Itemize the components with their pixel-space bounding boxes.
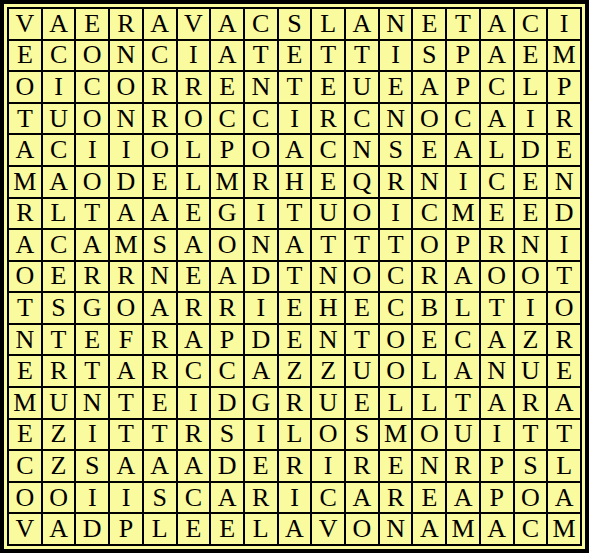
- cell-r5c11[interactable]: N: [346, 135, 378, 165]
- cell-r8c3[interactable]: A: [76, 230, 108, 260]
- cell-r17c10[interactable]: V: [312, 514, 344, 544]
- cell-r13c2[interactable]: U: [43, 388, 75, 418]
- cell-r12c1[interactable]: E: [9, 356, 41, 386]
- word-search-page: VAERAVACSLANETACIECONCIATETTISPAEMOICORR…: [0, 0, 589, 553]
- cell-r17c6[interactable]: E: [178, 514, 210, 544]
- cell-r6c7[interactable]: M: [211, 167, 243, 197]
- cell-r15c8[interactable]: E: [245, 451, 277, 481]
- cell-r6c11[interactable]: Q: [346, 167, 378, 197]
- cell-r4c15[interactable]: A: [481, 104, 513, 134]
- cell-r6c9[interactable]: H: [279, 167, 311, 197]
- cell-r5c16[interactable]: D: [515, 135, 547, 165]
- cell-r16c12[interactable]: R: [380, 483, 412, 513]
- cell-r2c13[interactable]: S: [413, 41, 445, 71]
- cell-r6c6[interactable]: L: [178, 167, 210, 197]
- cell-r17c8[interactable]: L: [245, 514, 277, 544]
- cell-r12c6[interactable]: C: [178, 356, 210, 386]
- cell-r7c7[interactable]: G: [211, 199, 243, 229]
- cell-r8c11[interactable]: T: [346, 230, 378, 260]
- cell-r4c16[interactable]: I: [515, 104, 547, 134]
- cell-r12c17[interactable]: E: [548, 356, 580, 386]
- cell-r17c17[interactable]: M: [548, 514, 580, 544]
- cell-r15c14[interactable]: R: [447, 451, 479, 481]
- cell-r4c11[interactable]: C: [346, 104, 378, 134]
- cell-r5c10[interactable]: C: [312, 135, 344, 165]
- cell-r13c11[interactable]: E: [346, 388, 378, 418]
- cell-r13c7[interactable]: D: [211, 388, 243, 418]
- cell-r2c17[interactable]: M: [548, 41, 580, 71]
- cell-r11c13[interactable]: E: [413, 325, 445, 355]
- cell-r17c13[interactable]: A: [413, 514, 445, 544]
- cell-r8c14[interactable]: P: [447, 230, 479, 260]
- cell-r7c9[interactable]: T: [279, 199, 311, 229]
- cell-r1c17[interactable]: I: [548, 9, 580, 39]
- cell-r16c4[interactable]: I: [110, 483, 142, 513]
- cell-r12c8[interactable]: A: [245, 356, 277, 386]
- cell-r16c1[interactable]: O: [9, 483, 41, 513]
- cell-r16c16[interactable]: O: [515, 483, 547, 513]
- cell-r1c12[interactable]: N: [380, 9, 412, 39]
- cell-r2c12[interactable]: I: [380, 41, 412, 71]
- cell-r13c14[interactable]: T: [447, 388, 479, 418]
- cell-r14c2[interactable]: Z: [43, 420, 75, 450]
- cell-r11c9[interactable]: E: [279, 325, 311, 355]
- cell-r14c12[interactable]: M: [380, 420, 412, 450]
- cell-r1c13[interactable]: E: [413, 9, 445, 39]
- cell-r6c5[interactable]: E: [144, 167, 176, 197]
- cell-r6c4[interactable]: D: [110, 167, 142, 197]
- cell-r11c10[interactable]: N: [312, 325, 344, 355]
- cell-r17c2[interactable]: A: [43, 514, 75, 544]
- cell-r17c16[interactable]: C: [515, 514, 547, 544]
- cell-r5c17[interactable]: E: [548, 135, 580, 165]
- cell-r2c1[interactable]: E: [9, 41, 41, 71]
- cell-r14c9[interactable]: L: [279, 420, 311, 450]
- cell-r8c7[interactable]: O: [211, 230, 243, 260]
- cell-r16c14[interactable]: A: [447, 483, 479, 513]
- cell-r6c17[interactable]: N: [548, 167, 580, 197]
- cell-r10c2[interactable]: S: [43, 293, 75, 323]
- cell-r16c8[interactable]: R: [245, 483, 277, 513]
- cell-r10c14[interactable]: L: [447, 293, 479, 323]
- cell-r7c2[interactable]: L: [43, 199, 75, 229]
- cell-r14c7[interactable]: S: [211, 420, 243, 450]
- cell-r4c13[interactable]: O: [413, 104, 445, 134]
- cell-r10c7[interactable]: R: [211, 293, 243, 323]
- cell-r9c8[interactable]: D: [245, 262, 277, 292]
- cell-r11c2[interactable]: T: [43, 325, 75, 355]
- cell-r13c4[interactable]: T: [110, 388, 142, 418]
- cell-r10c10[interactable]: H: [312, 293, 344, 323]
- cell-r5c5[interactable]: O: [144, 135, 176, 165]
- cell-r12c15[interactable]: N: [481, 356, 513, 386]
- cell-r6c10[interactable]: E: [312, 167, 344, 197]
- cell-r7c6[interactable]: E: [178, 199, 210, 229]
- cell-r13c1[interactable]: M: [9, 388, 41, 418]
- cell-r5c9[interactable]: A: [279, 135, 311, 165]
- cell-r5c3[interactable]: I: [76, 135, 108, 165]
- cell-r12c5[interactable]: R: [144, 356, 176, 386]
- cell-r12c16[interactable]: U: [515, 356, 547, 386]
- cell-r9c12[interactable]: C: [380, 262, 412, 292]
- cell-r4c9[interactable]: I: [279, 104, 311, 134]
- cell-r4c14[interactable]: C: [447, 104, 479, 134]
- cell-r17c12[interactable]: N: [380, 514, 412, 544]
- cell-r14c11[interactable]: S: [346, 420, 378, 450]
- cell-r6c2[interactable]: A: [43, 167, 75, 197]
- cell-r3c15[interactable]: C: [481, 72, 513, 102]
- cell-r7c4[interactable]: A: [110, 199, 142, 229]
- cell-r10c5[interactable]: A: [144, 293, 176, 323]
- cell-r15c2[interactable]: Z: [43, 451, 75, 481]
- cell-r10c17[interactable]: O: [548, 293, 580, 323]
- cell-r7c17[interactable]: D: [548, 199, 580, 229]
- cell-r12c9[interactable]: Z: [279, 356, 311, 386]
- cell-r5c14[interactable]: A: [447, 135, 479, 165]
- cell-r3c13[interactable]: A: [413, 72, 445, 102]
- cell-r8c13[interactable]: O: [413, 230, 445, 260]
- cell-r3c12[interactable]: E: [380, 72, 412, 102]
- cell-r1c5[interactable]: A: [144, 9, 176, 39]
- cell-r1c11[interactable]: A: [346, 9, 378, 39]
- cell-r9c14[interactable]: A: [447, 262, 479, 292]
- cell-r2c16[interactable]: E: [515, 41, 547, 71]
- cell-r15c12[interactable]: E: [380, 451, 412, 481]
- cell-r16c6[interactable]: C: [178, 483, 210, 513]
- cell-r16c9[interactable]: I: [279, 483, 311, 513]
- letter-grid: VAERAVACSLANETACIECONCIATETTISPAEMOICORR…: [7, 7, 582, 546]
- cell-r1c7[interactable]: A: [211, 9, 243, 39]
- cell-r14c5[interactable]: T: [144, 420, 176, 450]
- cell-r2c2[interactable]: C: [43, 41, 75, 71]
- cell-r12c12[interactable]: O: [380, 356, 412, 386]
- cell-r2c4[interactable]: N: [110, 41, 142, 71]
- cell-r16c17[interactable]: A: [548, 483, 580, 513]
- cell-r10c16[interactable]: I: [515, 293, 547, 323]
- cell-r17c3[interactable]: D: [76, 514, 108, 544]
- cell-r2c15[interactable]: A: [481, 41, 513, 71]
- word-search-board: VAERAVACSLANETACIECONCIATETTISPAEMOICORR…: [4, 4, 585, 549]
- cell-r8c9[interactable]: A: [279, 230, 311, 260]
- cell-r12c7[interactable]: C: [211, 356, 243, 386]
- cell-r8c16[interactable]: N: [515, 230, 547, 260]
- cell-r15c17[interactable]: L: [548, 451, 580, 481]
- cell-r3c9[interactable]: T: [279, 72, 311, 102]
- cell-r4c12[interactable]: N: [380, 104, 412, 134]
- cell-r16c15[interactable]: P: [481, 483, 513, 513]
- cell-r9c4[interactable]: R: [110, 262, 142, 292]
- cell-r11c8[interactable]: D: [245, 325, 277, 355]
- cell-r7c8[interactable]: I: [245, 199, 277, 229]
- cell-r2c8[interactable]: T: [245, 41, 277, 71]
- cell-r11c12[interactable]: O: [380, 325, 412, 355]
- cell-r10c11[interactable]: E: [346, 293, 378, 323]
- cell-r7c10[interactable]: U: [312, 199, 344, 229]
- cell-r14c16[interactable]: T: [515, 420, 547, 450]
- cell-r11c7[interactable]: P: [211, 325, 243, 355]
- cell-r8c10[interactable]: T: [312, 230, 344, 260]
- cell-r10c12[interactable]: C: [380, 293, 412, 323]
- cell-r9c11[interactable]: O: [346, 262, 378, 292]
- cell-r15c1[interactable]: C: [9, 451, 41, 481]
- cell-r11c1[interactable]: N: [9, 325, 41, 355]
- cell-r13c16[interactable]: R: [515, 388, 547, 418]
- cell-r9c16[interactable]: O: [515, 262, 547, 292]
- cell-r1c14[interactable]: T: [447, 9, 479, 39]
- cell-r5c15[interactable]: L: [481, 135, 513, 165]
- cell-r10c9[interactable]: E: [279, 293, 311, 323]
- cell-r5c13[interactable]: E: [413, 135, 445, 165]
- cell-r3c17[interactable]: P: [548, 72, 580, 102]
- cell-r7c1[interactable]: R: [9, 199, 41, 229]
- cell-r3c14[interactable]: P: [447, 72, 479, 102]
- cell-r3c3[interactable]: C: [76, 72, 108, 102]
- cell-r4c10[interactable]: R: [312, 104, 344, 134]
- cell-r8c5[interactable]: S: [144, 230, 176, 260]
- cell-r5c2[interactable]: C: [43, 135, 75, 165]
- cell-r11c3[interactable]: E: [76, 325, 108, 355]
- cell-r14c10[interactable]: O: [312, 420, 344, 450]
- cell-r2c14[interactable]: P: [447, 41, 479, 71]
- cell-r6c1[interactable]: M: [9, 167, 41, 197]
- cell-r1c2[interactable]: A: [43, 9, 75, 39]
- cell-r1c9[interactable]: S: [279, 9, 311, 39]
- cell-r2c10[interactable]: T: [312, 41, 344, 71]
- cell-r13c9[interactable]: R: [279, 388, 311, 418]
- cell-r4c8[interactable]: C: [245, 104, 277, 134]
- cell-r5c6[interactable]: L: [178, 135, 210, 165]
- cell-r7c11[interactable]: O: [346, 199, 378, 229]
- cell-r17c15[interactable]: A: [481, 514, 513, 544]
- cell-r13c6[interactable]: I: [178, 388, 210, 418]
- cell-r9c13[interactable]: R: [413, 262, 445, 292]
- cell-r9c9[interactable]: T: [279, 262, 311, 292]
- cell-r6c14[interactable]: I: [447, 167, 479, 197]
- cell-r11c14[interactable]: C: [447, 325, 479, 355]
- cell-r8c4[interactable]: M: [110, 230, 142, 260]
- cell-r6c15[interactable]: C: [481, 167, 513, 197]
- cell-r14c13[interactable]: O: [413, 420, 445, 450]
- cell-r13c13[interactable]: L: [413, 388, 445, 418]
- cell-r17c1[interactable]: V: [9, 514, 41, 544]
- cell-r13c12[interactable]: L: [380, 388, 412, 418]
- cell-r4c5[interactable]: R: [144, 104, 176, 134]
- cell-r9c2[interactable]: E: [43, 262, 75, 292]
- cell-r15c16[interactable]: S: [515, 451, 547, 481]
- cell-r13c10[interactable]: U: [312, 388, 344, 418]
- cell-r1c1[interactable]: V: [9, 9, 41, 39]
- cell-r14c14[interactable]: U: [447, 420, 479, 450]
- cell-r17c7[interactable]: E: [211, 514, 243, 544]
- cell-r14c15[interactable]: I: [481, 420, 513, 450]
- cell-r6c12[interactable]: R: [380, 167, 412, 197]
- cell-r2c9[interactable]: E: [279, 41, 311, 71]
- cell-r16c10[interactable]: C: [312, 483, 344, 513]
- cell-r8c2[interactable]: C: [43, 230, 75, 260]
- cell-r10c8[interactable]: I: [245, 293, 277, 323]
- cell-r4c1[interactable]: T: [9, 104, 41, 134]
- cell-r11c4[interactable]: F: [110, 325, 142, 355]
- cell-r6c16[interactable]: E: [515, 167, 547, 197]
- cell-r12c2[interactable]: R: [43, 356, 75, 386]
- cell-r1c16[interactable]: C: [515, 9, 547, 39]
- cell-r8c15[interactable]: R: [481, 230, 513, 260]
- cell-r3c6[interactable]: R: [178, 72, 210, 102]
- cell-r4c4[interactable]: N: [110, 104, 142, 134]
- cell-r17c11[interactable]: O: [346, 514, 378, 544]
- cell-r16c2[interactable]: O: [43, 483, 75, 513]
- cell-r9c15[interactable]: O: [481, 262, 513, 292]
- cell-r14c17[interactable]: T: [548, 420, 580, 450]
- cell-r3c5[interactable]: R: [144, 72, 176, 102]
- cell-r8c17[interactable]: I: [548, 230, 580, 260]
- cell-r14c8[interactable]: I: [245, 420, 277, 450]
- cell-r10c3[interactable]: G: [76, 293, 108, 323]
- cell-r13c15[interactable]: A: [481, 388, 513, 418]
- cell-r9c7[interactable]: A: [211, 262, 243, 292]
- cell-r11c17[interactable]: R: [548, 325, 580, 355]
- cell-r12c11[interactable]: U: [346, 356, 378, 386]
- cell-r15c6[interactable]: A: [178, 451, 210, 481]
- cell-r1c4[interactable]: R: [110, 9, 142, 39]
- cell-r7c12[interactable]: I: [380, 199, 412, 229]
- cell-r9c5[interactable]: N: [144, 262, 176, 292]
- cell-r5c12[interactable]: S: [380, 135, 412, 165]
- cell-r4c2[interactable]: U: [43, 104, 75, 134]
- cell-r3c4[interactable]: O: [110, 72, 142, 102]
- cell-r14c3[interactable]: I: [76, 420, 108, 450]
- cell-r2c5[interactable]: C: [144, 41, 176, 71]
- cell-r13c3[interactable]: N: [76, 388, 108, 418]
- cell-r4c3[interactable]: O: [76, 104, 108, 134]
- cell-r7c14[interactable]: M: [447, 199, 479, 229]
- cell-r1c10[interactable]: L: [312, 9, 344, 39]
- cell-r10c1[interactable]: T: [9, 293, 41, 323]
- cell-r2c11[interactable]: T: [346, 41, 378, 71]
- cell-r15c4[interactable]: A: [110, 451, 142, 481]
- cell-r7c15[interactable]: E: [481, 199, 513, 229]
- cell-r15c13[interactable]: N: [413, 451, 445, 481]
- cell-r13c17[interactable]: A: [548, 388, 580, 418]
- cell-r11c16[interactable]: Z: [515, 325, 547, 355]
- cell-r17c9[interactable]: A: [279, 514, 311, 544]
- cell-r15c10[interactable]: I: [312, 451, 344, 481]
- cell-r3c11[interactable]: U: [346, 72, 378, 102]
- cell-r16c13[interactable]: E: [413, 483, 445, 513]
- cell-r3c8[interactable]: N: [245, 72, 277, 102]
- cell-r8c6[interactable]: A: [178, 230, 210, 260]
- cell-r5c4[interactable]: I: [110, 135, 142, 165]
- cell-r5c7[interactable]: P: [211, 135, 243, 165]
- cell-r16c5[interactable]: S: [144, 483, 176, 513]
- cell-r15c9[interactable]: R: [279, 451, 311, 481]
- cell-r16c11[interactable]: A: [346, 483, 378, 513]
- cell-r4c17[interactable]: R: [548, 104, 580, 134]
- cell-r4c7[interactable]: C: [211, 104, 243, 134]
- cell-r6c3[interactable]: O: [76, 167, 108, 197]
- cell-r8c1[interactable]: A: [9, 230, 41, 260]
- cell-r2c7[interactable]: A: [211, 41, 243, 71]
- cell-r15c15[interactable]: P: [481, 451, 513, 481]
- cell-r16c7[interactable]: A: [211, 483, 243, 513]
- cell-r6c13[interactable]: N: [413, 167, 445, 197]
- cell-r11c11[interactable]: T: [346, 325, 378, 355]
- cell-r15c7[interactable]: D: [211, 451, 243, 481]
- cell-r17c14[interactable]: M: [447, 514, 479, 544]
- cell-r1c15[interactable]: A: [481, 9, 513, 39]
- cell-r12c10[interactable]: Z: [312, 356, 344, 386]
- cell-r8c12[interactable]: T: [380, 230, 412, 260]
- cell-r2c6[interactable]: I: [178, 41, 210, 71]
- cell-r1c8[interactable]: C: [245, 9, 277, 39]
- cell-r3c10[interactable]: E: [312, 72, 344, 102]
- cell-r12c4[interactable]: A: [110, 356, 142, 386]
- cell-r12c14[interactable]: A: [447, 356, 479, 386]
- cell-r9c17[interactable]: T: [548, 262, 580, 292]
- cell-r7c16[interactable]: E: [515, 199, 547, 229]
- cell-r3c1[interactable]: O: [9, 72, 41, 102]
- cell-r5c1[interactable]: A: [9, 135, 41, 165]
- cell-r3c7[interactable]: E: [211, 72, 243, 102]
- cell-r11c5[interactable]: R: [144, 325, 176, 355]
- cell-r4c6[interactable]: O: [178, 104, 210, 134]
- cell-r10c15[interactable]: T: [481, 293, 513, 323]
- cell-r12c13[interactable]: L: [413, 356, 445, 386]
- cell-r10c4[interactable]: O: [110, 293, 142, 323]
- cell-r11c6[interactable]: A: [178, 325, 210, 355]
- cell-r7c13[interactable]: C: [413, 199, 445, 229]
- cell-r10c6[interactable]: R: [178, 293, 210, 323]
- cell-r12c3[interactable]: T: [76, 356, 108, 386]
- cell-r9c10[interactable]: N: [312, 262, 344, 292]
- cell-r9c3[interactable]: R: [76, 262, 108, 292]
- cell-r17c5[interactable]: L: [144, 514, 176, 544]
- cell-r5c8[interactable]: O: [245, 135, 277, 165]
- cell-r15c5[interactable]: A: [144, 451, 176, 481]
- cell-r10c13[interactable]: B: [413, 293, 445, 323]
- cell-r14c6[interactable]: R: [178, 420, 210, 450]
- cell-r3c16[interactable]: L: [515, 72, 547, 102]
- cell-r17c4[interactable]: P: [110, 514, 142, 544]
- cell-r13c8[interactable]: G: [245, 388, 277, 418]
- cell-r9c1[interactable]: O: [9, 262, 41, 292]
- cell-r14c1[interactable]: E: [9, 420, 41, 450]
- cell-r7c5[interactable]: A: [144, 199, 176, 229]
- cell-r15c3[interactable]: S: [76, 451, 108, 481]
- cell-r8c8[interactable]: N: [245, 230, 277, 260]
- cell-r16c3[interactable]: I: [76, 483, 108, 513]
- cell-r1c6[interactable]: V: [178, 9, 210, 39]
- cell-r3c2[interactable]: I: [43, 72, 75, 102]
- cell-r14c4[interactable]: T: [110, 420, 142, 450]
- cell-r15c11[interactable]: R: [346, 451, 378, 481]
- cell-r7c3[interactable]: T: [76, 199, 108, 229]
- cell-r1c3[interactable]: E: [76, 9, 108, 39]
- cell-r2c3[interactable]: O: [76, 41, 108, 71]
- cell-r9c6[interactable]: E: [178, 262, 210, 292]
- cell-r6c8[interactable]: R: [245, 167, 277, 197]
- cell-r13c5[interactable]: E: [144, 388, 176, 418]
- cell-r11c15[interactable]: A: [481, 325, 513, 355]
